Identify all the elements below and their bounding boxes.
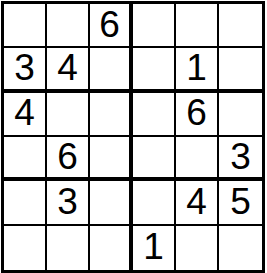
cell-r4c5[interactable]: [176, 137, 219, 181]
given-digit: 6: [99, 6, 120, 43]
cell-r2c3[interactable]: [90, 48, 133, 92]
given-digit: 6: [57, 138, 78, 175]
given-digit: 1: [186, 49, 207, 86]
cell-r3c5[interactable]: 6: [176, 93, 219, 137]
cell-r3c3[interactable]: [90, 93, 133, 137]
cell-r5c2[interactable]: 3: [47, 181, 90, 225]
cell-r4c2[interactable]: 6: [47, 137, 90, 181]
given-digit: 6: [186, 94, 207, 131]
cell-r6c2[interactable]: [47, 226, 90, 270]
given-digit: 3: [14, 49, 35, 86]
cell-r1c3[interactable]: 6: [90, 4, 133, 48]
cell-r5c5[interactable]: 4: [176, 181, 219, 225]
given-digit: 4: [57, 49, 78, 86]
cell-r5c6[interactable]: 5: [219, 181, 262, 225]
cell-r2c5[interactable]: 1: [176, 48, 219, 92]
sudoku-page: 634146633451: [0, 0, 267, 273]
cell-r1c4[interactable]: [133, 4, 176, 48]
cell-r6c3[interactable]: [90, 226, 133, 270]
cell-r5c3[interactable]: [90, 181, 133, 225]
given-digit: 3: [230, 138, 251, 175]
cell-r4c1[interactable]: [4, 137, 47, 181]
given-digit: 1: [143, 228, 164, 265]
cell-r3c2[interactable]: [47, 93, 90, 137]
given-digit: 4: [186, 183, 207, 220]
cell-r1c5[interactable]: [176, 4, 219, 48]
cell-r4c4[interactable]: [133, 137, 176, 181]
cell-r2c2[interactable]: 4: [47, 48, 90, 92]
cell-r5c4[interactable]: [133, 181, 176, 225]
given-digit: 5: [230, 183, 251, 220]
cell-r5c1[interactable]: [4, 181, 47, 225]
cell-r3c1[interactable]: 4: [4, 93, 47, 137]
given-digit: 3: [57, 183, 78, 220]
cell-r2c6[interactable]: [219, 48, 262, 92]
cell-r1c6[interactable]: [219, 4, 262, 48]
cell-r1c1[interactable]: [4, 4, 47, 48]
cell-r2c4[interactable]: [133, 48, 176, 92]
cell-r6c5[interactable]: [176, 226, 219, 270]
cell-r3c6[interactable]: [219, 93, 262, 137]
cell-r1c2[interactable]: [47, 4, 90, 48]
given-digit: 4: [14, 94, 35, 131]
cell-r2c1[interactable]: 3: [4, 48, 47, 92]
cell-r3c4[interactable]: [133, 93, 176, 137]
sudoku-board: 634146633451: [1, 1, 265, 273]
cell-r6c1[interactable]: [4, 226, 47, 270]
cell-r4c6[interactable]: 3: [219, 137, 262, 181]
cell-r6c4[interactable]: 1: [133, 226, 176, 270]
cell-r4c3[interactable]: [90, 137, 133, 181]
cell-r6c6[interactable]: [219, 226, 262, 270]
